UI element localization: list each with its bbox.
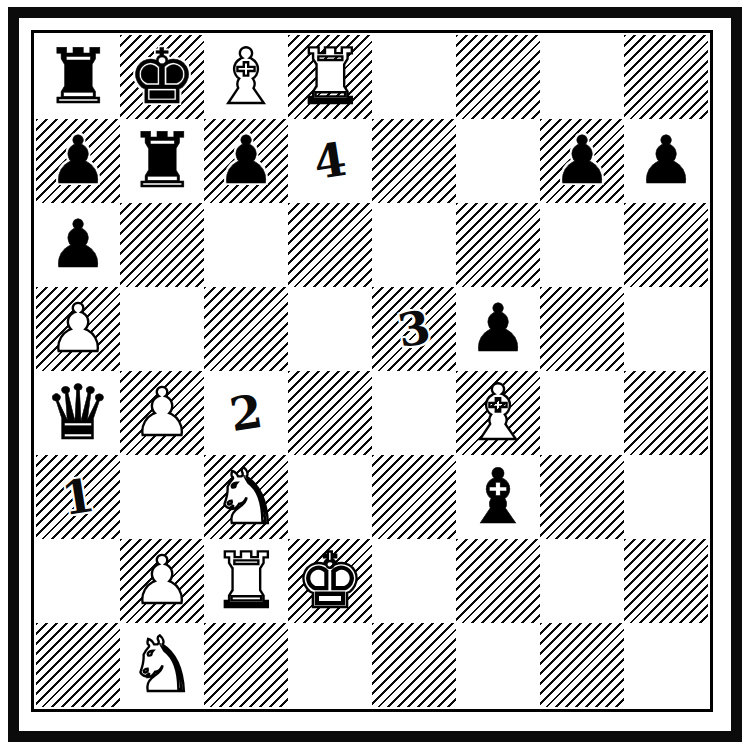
square-c6[interactable] bbox=[204, 203, 288, 287]
chess-board: ♜♚♝♜♟♜♟4♟♟♟♟3♟♛♟2♝1♞♝♟♜♚♞ bbox=[36, 35, 708, 707]
white-knight: ♞ bbox=[212, 459, 280, 535]
square-b8[interactable]: ♚ bbox=[120, 35, 204, 119]
square-a1[interactable] bbox=[36, 623, 120, 707]
square-d7[interactable]: 4 bbox=[288, 119, 372, 203]
square-d1[interactable] bbox=[288, 623, 372, 707]
square-g7[interactable]: ♟ bbox=[540, 119, 624, 203]
square-f7[interactable] bbox=[456, 119, 540, 203]
white-knight: ♞ bbox=[128, 627, 196, 703]
square-b2[interactable]: ♟ bbox=[120, 539, 204, 623]
white-pawn: ♟ bbox=[132, 548, 191, 614]
square-e7[interactable] bbox=[372, 119, 456, 203]
white-bishop: ♝ bbox=[212, 39, 280, 115]
black-pawn: ♟ bbox=[48, 128, 107, 194]
square-h6[interactable] bbox=[624, 203, 708, 287]
square-d8[interactable]: ♜ bbox=[288, 35, 372, 119]
square-c2[interactable]: ♜ bbox=[204, 539, 288, 623]
square-b7[interactable]: ♜ bbox=[120, 119, 204, 203]
white-pawn: ♟ bbox=[48, 296, 107, 362]
black-pawn: ♟ bbox=[48, 212, 107, 278]
square-g6[interactable] bbox=[540, 203, 624, 287]
square-f4[interactable]: ♝ bbox=[456, 371, 540, 455]
square-e1[interactable] bbox=[372, 623, 456, 707]
square-h5[interactable] bbox=[624, 287, 708, 371]
white-bishop: ♝ bbox=[464, 375, 532, 451]
black-king: ♚ bbox=[128, 39, 196, 115]
board-inner-frame: ♜♚♝♜♟♜♟4♟♟♟♟3♟♛♟2♝1♞♝♟♜♚♞ bbox=[31, 30, 713, 712]
square-d5[interactable] bbox=[288, 287, 372, 371]
black-pawn: ♟ bbox=[216, 128, 275, 194]
square-g8[interactable] bbox=[540, 35, 624, 119]
square-a2[interactable] bbox=[36, 539, 120, 623]
square-a3[interactable]: 1 bbox=[36, 455, 120, 539]
square-h7[interactable]: ♟ bbox=[624, 119, 708, 203]
square-e3[interactable] bbox=[372, 455, 456, 539]
square-c3[interactable]: ♞ bbox=[204, 455, 288, 539]
square-e6[interactable] bbox=[372, 203, 456, 287]
square-d6[interactable] bbox=[288, 203, 372, 287]
black-rook: ♜ bbox=[44, 39, 112, 115]
knight-route-number-3: 3 bbox=[395, 304, 434, 354]
square-c4[interactable]: 2 bbox=[204, 371, 288, 455]
square-h2[interactable] bbox=[624, 539, 708, 623]
square-b5[interactable] bbox=[120, 287, 204, 371]
square-g4[interactable] bbox=[540, 371, 624, 455]
square-b4[interactable]: ♟ bbox=[120, 371, 204, 455]
square-c5[interactable] bbox=[204, 287, 288, 371]
square-g3[interactable] bbox=[540, 455, 624, 539]
square-g2[interactable] bbox=[540, 539, 624, 623]
square-a4[interactable]: ♛ bbox=[36, 371, 120, 455]
square-f8[interactable] bbox=[456, 35, 540, 119]
white-rook: ♜ bbox=[296, 39, 364, 115]
square-h4[interactable] bbox=[624, 371, 708, 455]
white-pawn: ♟ bbox=[132, 380, 191, 446]
square-a6[interactable]: ♟ bbox=[36, 203, 120, 287]
square-c7[interactable]: ♟ bbox=[204, 119, 288, 203]
square-f5[interactable]: ♟ bbox=[456, 287, 540, 371]
square-a7[interactable]: ♟ bbox=[36, 119, 120, 203]
square-f6[interactable] bbox=[456, 203, 540, 287]
square-h1[interactable] bbox=[624, 623, 708, 707]
square-b1[interactable]: ♞ bbox=[120, 623, 204, 707]
square-e4[interactable] bbox=[372, 371, 456, 455]
square-f1[interactable] bbox=[456, 623, 540, 707]
white-rook: ♜ bbox=[212, 543, 280, 619]
knight-route-number-4: 4 bbox=[311, 136, 350, 186]
square-f2[interactable] bbox=[456, 539, 540, 623]
knight-route-number-2: 2 bbox=[227, 388, 266, 438]
square-b6[interactable] bbox=[120, 203, 204, 287]
square-g5[interactable] bbox=[540, 287, 624, 371]
square-a8[interactable]: ♜ bbox=[36, 35, 120, 119]
white-king: ♚ bbox=[296, 543, 364, 619]
square-d2[interactable]: ♚ bbox=[288, 539, 372, 623]
black-pawn: ♟ bbox=[468, 296, 527, 362]
black-bishop: ♝ bbox=[464, 459, 532, 535]
square-e8[interactable] bbox=[372, 35, 456, 119]
square-h8[interactable] bbox=[624, 35, 708, 119]
square-e5[interactable]: 3 bbox=[372, 287, 456, 371]
square-d3[interactable] bbox=[288, 455, 372, 539]
black-rook: ♜ bbox=[128, 123, 196, 199]
knight-route-number-1: 1 bbox=[59, 472, 98, 522]
square-d4[interactable] bbox=[288, 371, 372, 455]
chess-diagram-page: ♜♚♝♜♟♜♟4♟♟♟♟3♟♛♟2♝1♞♝♟♜♚♞ bbox=[0, 0, 750, 750]
square-e2[interactable] bbox=[372, 539, 456, 623]
square-a5[interactable]: ♟ bbox=[36, 287, 120, 371]
square-b3[interactable] bbox=[120, 455, 204, 539]
square-c1[interactable] bbox=[204, 623, 288, 707]
square-f3[interactable]: ♝ bbox=[456, 455, 540, 539]
square-g1[interactable] bbox=[540, 623, 624, 707]
square-h3[interactable] bbox=[624, 455, 708, 539]
black-pawn: ♟ bbox=[552, 128, 611, 194]
black-queen: ♛ bbox=[44, 375, 112, 451]
square-c8[interactable]: ♝ bbox=[204, 35, 288, 119]
black-pawn: ♟ bbox=[636, 128, 695, 194]
